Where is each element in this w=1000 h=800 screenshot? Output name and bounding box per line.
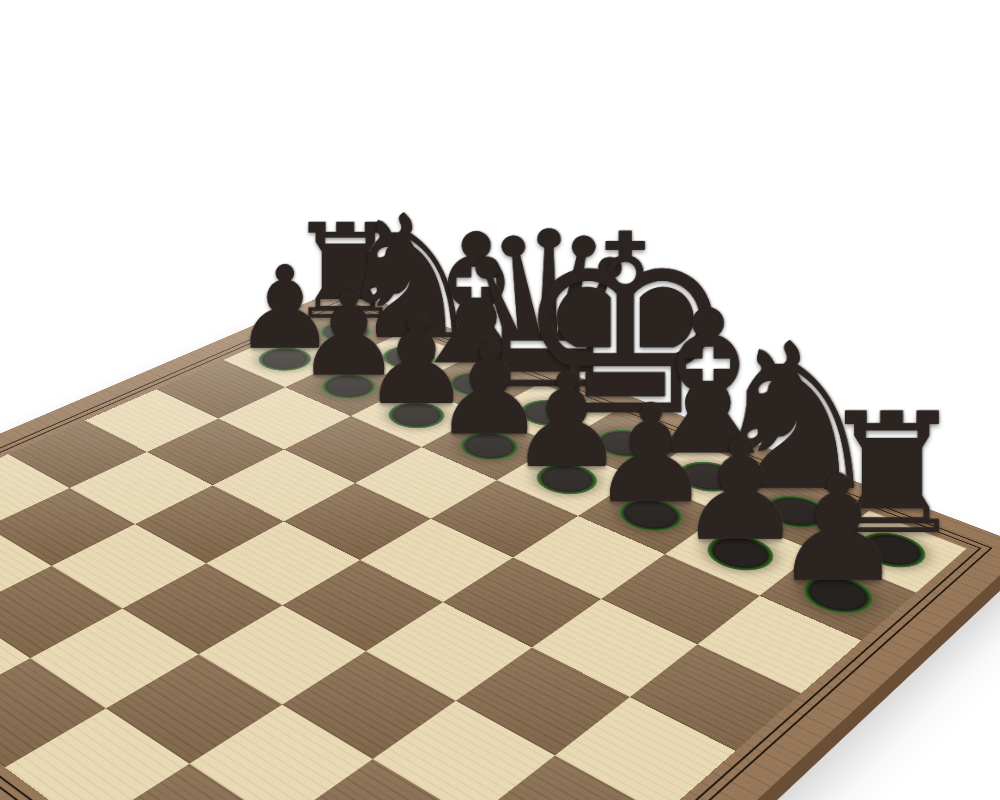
board-squares-grid: ♜♞♝♛♚♝♞♜♟♟♟♟♟♟♟♟ — [0, 307, 967, 800]
chess-board: ♜♞♝♛♚♝♞♜♟♟♟♟♟♟♟♟ — [0, 287, 1000, 800]
product-photo: ♜♞♝♛♚♝♞♜♟♟♟♟♟♟♟♟ — [0, 0, 1000, 800]
square-h7: ♟ — [759, 551, 916, 640]
black-pawn: ♟ — [772, 456, 903, 603]
